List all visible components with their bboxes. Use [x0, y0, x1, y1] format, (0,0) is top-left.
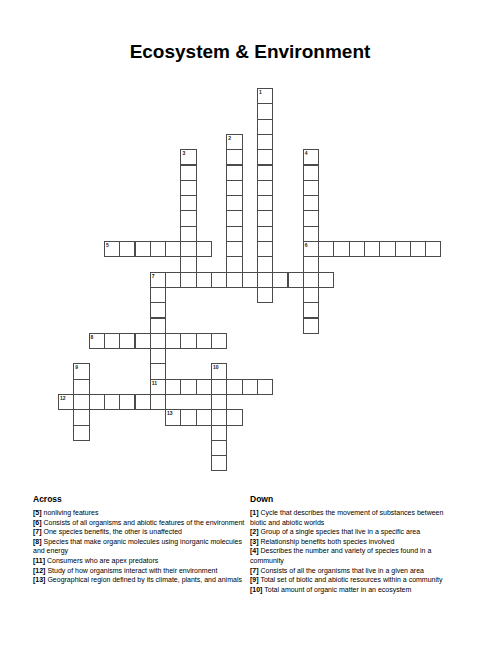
grid-cell[interactable]: 12: [58, 394, 74, 410]
clue-item-down-1: [1] Cycle that describes the movement of…: [250, 508, 458, 527]
clue-text: Cycle that describes the movement of sub…: [250, 509, 443, 526]
grid-cell[interactable]: [119, 241, 135, 257]
clue-number: [7]: [250, 567, 259, 574]
cell-number: 1: [259, 89, 262, 95]
clue-number: [5]: [33, 509, 42, 516]
clue-text: Consists of all the organisms that live …: [259, 567, 424, 574]
cell-number: 3: [182, 150, 185, 156]
clue-item-down-9: [9] Total set of biotic and abiotic reso…: [250, 575, 458, 585]
clue-text: nonliving features: [42, 509, 99, 516]
grid-cell[interactable]: [135, 333, 151, 349]
grid-cell[interactable]: [211, 425, 227, 441]
clues-across-header: Across: [33, 494, 247, 504]
grid-cell[interactable]: [303, 165, 319, 181]
grid-cell[interactable]: [226, 272, 242, 288]
grid-cell[interactable]: [288, 272, 304, 288]
grid-cell[interactable]: [257, 210, 273, 226]
grid-cell[interactable]: [257, 165, 273, 181]
grid-cell[interactable]: [180, 409, 196, 425]
grid-cell[interactable]: [104, 394, 120, 410]
clue-item-across-5: [5] nonliving features: [33, 508, 247, 518]
clue-item-across-12: [12] Study of how organisms interact wit…: [33, 566, 247, 576]
grid-cell[interactable]: [180, 241, 196, 257]
clue-item-across-6: [6] Consists of all organisms and abioti…: [33, 518, 247, 528]
cell-number: 9: [75, 364, 78, 370]
grid-cell[interactable]: [196, 409, 212, 425]
clues-down-section: Down [1] Cycle that describes the moveme…: [250, 494, 458, 594]
clue-item-down-2: [2] Group of a single species that live …: [250, 527, 458, 537]
grid-cell[interactable]: [303, 210, 319, 226]
grid-cell[interactable]: [150, 394, 166, 410]
grid-cell[interactable]: [196, 333, 212, 349]
grid-cell[interactable]: [303, 180, 319, 196]
clue-text: Group of a single species that live in a…: [259, 528, 420, 535]
grid-cell[interactable]: [211, 455, 227, 471]
grid-cell[interactable]: [303, 256, 319, 272]
grid-cell[interactable]: 13: [165, 409, 181, 425]
grid-cell[interactable]: [410, 241, 426, 257]
clue-text: Describes the number and variety of spec…: [250, 547, 431, 564]
grid-cell[interactable]: [226, 149, 242, 165]
grid-cell[interactable]: 2: [226, 134, 242, 150]
grid-cell[interactable]: [165, 241, 181, 257]
grid-cell[interactable]: 1: [257, 88, 273, 104]
grid-cell[interactable]: [211, 440, 227, 456]
grid-cell[interactable]: [303, 226, 319, 242]
clue-text: Geographical region defined by its clima…: [45, 576, 242, 583]
grid-cell[interactable]: [303, 272, 319, 288]
grid-cell[interactable]: 7: [150, 272, 166, 288]
grid-cell[interactable]: [242, 379, 258, 395]
grid-cell[interactable]: [364, 241, 380, 257]
clue-item-across-11: [11] Consumers who are apex predators: [33, 556, 247, 566]
grid-cell[interactable]: [119, 333, 135, 349]
cell-number: 6: [305, 242, 308, 248]
grid-cell[interactable]: [257, 379, 273, 395]
grid-cell[interactable]: [211, 272, 227, 288]
clue-text: Species that make organic molecules usin…: [33, 538, 242, 555]
grid-cell[interactable]: 4: [303, 149, 319, 165]
grid-cell[interactable]: [257, 134, 273, 150]
clue-text: Consumers who are apex predators: [45, 557, 158, 564]
grid-cell[interactable]: [73, 409, 89, 425]
cell-number: 4: [305, 150, 308, 156]
clue-item-down-4: [4] Describes the number and variety of …: [250, 546, 458, 565]
grid-cell[interactable]: [242, 272, 258, 288]
grid-cell[interactable]: [379, 241, 395, 257]
grid-cell[interactable]: [180, 272, 196, 288]
grid-cell[interactable]: [150, 348, 166, 364]
grid-cell[interactable]: [211, 409, 227, 425]
grid-cell[interactable]: [165, 333, 181, 349]
grid-cell[interactable]: [349, 241, 365, 257]
grid-cell[interactable]: 3: [180, 149, 196, 165]
grid-cell[interactable]: [303, 287, 319, 303]
clue-text: Total set of biotic and abiotic resource…: [259, 576, 443, 583]
grid-cell[interactable]: [226, 379, 242, 395]
puzzle-title: Ecosystem & Environment: [0, 41, 500, 63]
grid-cell[interactable]: [257, 195, 273, 211]
grid-cell[interactable]: [180, 226, 196, 242]
grid-cell[interactable]: [196, 272, 212, 288]
clues-across-section: Across [5] nonliving features[6] Consist…: [33, 494, 247, 585]
grid-cell[interactable]: [257, 241, 273, 257]
grid-cell[interactable]: [257, 149, 273, 165]
grid-cell[interactable]: [226, 165, 242, 181]
grid-cell[interactable]: [318, 272, 334, 288]
grid-cell[interactable]: [180, 195, 196, 211]
grid-cell[interactable]: [257, 180, 273, 196]
grid-cell[interactable]: [150, 363, 166, 379]
cell-number: 5: [106, 242, 109, 248]
clue-item-down-3: [3] Relationship benefits both species i…: [250, 537, 458, 547]
grid-cell[interactable]: 11: [150, 379, 166, 395]
clue-item-across-7: [7] One species benefits, the other is u…: [33, 527, 247, 537]
grid-cell[interactable]: [104, 333, 120, 349]
grid-cell[interactable]: [73, 379, 89, 395]
grid-cell[interactable]: [150, 302, 166, 318]
grid-cell[interactable]: [180, 210, 196, 226]
clue-number: [10]: [250, 586, 262, 593]
grid-cell[interactable]: 9: [73, 363, 89, 379]
grid-cell[interactable]: [211, 394, 227, 410]
clue-number: [11]: [33, 557, 45, 564]
clue-number: [7]: [33, 528, 42, 535]
cell-number: 10: [213, 364, 219, 370]
clue-number: [6]: [33, 519, 42, 526]
grid-cell[interactable]: [257, 119, 273, 135]
cell-number: 11: [152, 380, 157, 386]
clue-number: [2]: [250, 528, 259, 535]
clue-number: [3]: [250, 538, 259, 545]
grid-cell[interactable]: [135, 394, 151, 410]
grid-cell[interactable]: [226, 195, 242, 211]
clue-item-down-10: [10] Total amount of organic matter in a…: [250, 585, 458, 595]
grid-cell[interactable]: [89, 394, 105, 410]
grid-cell[interactable]: [303, 318, 319, 334]
grid-cell[interactable]: [73, 394, 89, 410]
grid-cell[interactable]: [226, 409, 242, 425]
grid-cell[interactable]: [180, 379, 196, 395]
grid-cell[interactable]: [226, 210, 242, 226]
grid-cell[interactable]: [73, 425, 89, 441]
grid-cell[interactable]: [180, 333, 196, 349]
cell-number: 2: [228, 135, 231, 141]
grid-cell[interactable]: [196, 241, 212, 257]
clue-item-across-8: [8] Species that make organic molecules …: [33, 537, 247, 556]
grid-cell[interactable]: [135, 241, 151, 257]
clue-text: Relationship benefits both species invol…: [259, 538, 395, 545]
grid-cell[interactable]: [395, 241, 411, 257]
grid-cell[interactable]: 10: [211, 363, 227, 379]
grid-cell[interactable]: [257, 287, 273, 303]
cell-number: 12: [60, 395, 66, 401]
clue-number: [4]: [250, 547, 259, 554]
grid-cell[interactable]: [226, 241, 242, 257]
grid-cell[interactable]: [165, 272, 181, 288]
grid-cell[interactable]: [303, 302, 319, 318]
grid-cell[interactable]: [150, 318, 166, 334]
grid-cell[interactable]: [257, 103, 273, 119]
clue-text: Study of how organisms interact with the…: [45, 567, 217, 574]
clue-number: [8]: [33, 538, 42, 545]
clue-number: [9]: [250, 576, 259, 583]
grid-cell[interactable]: [257, 256, 273, 272]
grid-cell[interactable]: [150, 241, 166, 257]
grid-cell[interactable]: [180, 165, 196, 181]
clue-item-down-7: [7] Consists of all the organisms that l…: [250, 566, 458, 576]
clues-across-list: [5] nonliving features[6] Consists of al…: [33, 508, 247, 585]
grid-cell[interactable]: [303, 195, 319, 211]
clue-text: Total amount of organic matter in an eco…: [262, 586, 411, 593]
grid-cell[interactable]: [165, 379, 181, 395]
grid-cell[interactable]: [211, 333, 227, 349]
grid-cell[interactable]: [226, 180, 242, 196]
clue-text: Consists of all organisms and abiotic fe…: [42, 519, 245, 526]
grid-cell[interactable]: [150, 333, 166, 349]
cell-number: 13: [167, 410, 173, 416]
grid-cell[interactable]: [180, 256, 196, 272]
clue-number: [13]: [33, 576, 45, 583]
clue-item-across-13: [13] Geographical region defined by its …: [33, 575, 247, 585]
grid-cell[interactable]: [272, 272, 288, 288]
grid-cell[interactable]: [226, 256, 242, 272]
clues-down-list: [1] Cycle that describes the movement of…: [250, 508, 458, 594]
grid-cell[interactable]: [150, 287, 166, 303]
clues-down-header: Down: [250, 494, 458, 504]
grid-cell[interactable]: [180, 180, 196, 196]
grid-cell[interactable]: [425, 241, 441, 257]
grid-cell[interactable]: [226, 226, 242, 242]
grid-cell[interactable]: 8: [89, 333, 105, 349]
grid-cell[interactable]: [318, 241, 334, 257]
grid-cell[interactable]: [333, 241, 349, 257]
grid-cell[interactable]: [196, 379, 212, 395]
grid-cell[interactable]: 5: [104, 241, 120, 257]
grid-cell[interactable]: 6: [303, 241, 319, 257]
cell-number: 7: [152, 273, 155, 279]
clue-text: One species benefits, the other is unaff…: [42, 528, 182, 535]
grid-cell[interactable]: [211, 379, 227, 395]
grid-cell[interactable]: [257, 272, 273, 288]
grid-cell[interactable]: [119, 394, 135, 410]
cell-number: 8: [91, 334, 94, 340]
clue-number: [12]: [33, 567, 45, 574]
grid-cell[interactable]: [257, 226, 273, 242]
clue-number: [1]: [250, 509, 259, 516]
